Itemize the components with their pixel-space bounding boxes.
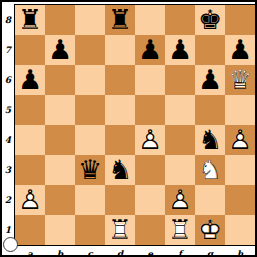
square-g6[interactable]: ♟ [195, 65, 225, 95]
piece-white-king: ♔ [195, 215, 225, 245]
square-c5[interactable] [75, 95, 105, 125]
square-d8[interactable]: ♜ [105, 5, 135, 35]
square-e7[interactable]: ♟ [135, 35, 165, 65]
square-g3[interactable]: ♞♘ [195, 155, 225, 185]
square-h6[interactable]: ♛♕ [225, 65, 255, 95]
piece-white-pawn: ♙ [135, 125, 165, 155]
file-label-f: f [165, 248, 195, 257]
file-label-c: c [75, 248, 105, 257]
square-h7[interactable]: ♟ [225, 35, 255, 65]
square-h4[interactable]: ♟♙ [225, 125, 255, 155]
rank-label-4: 4 [2, 125, 14, 155]
square-f3[interactable] [165, 155, 195, 185]
piece-black-knight: ♞ [105, 155, 135, 185]
piece-black-queen: ♛ [75, 155, 105, 185]
square-e2[interactable] [135, 185, 165, 215]
file-label-e: e [135, 248, 165, 257]
file-label-h: h [225, 248, 255, 257]
square-e8[interactable] [135, 5, 165, 35]
white-to-move-indicator [3, 237, 18, 252]
file-labels: abcdefgh [15, 248, 255, 257]
square-d4[interactable] [105, 125, 135, 155]
square-a7[interactable] [15, 35, 45, 65]
square-e3[interactable] [135, 155, 165, 185]
square-h1[interactable] [225, 215, 255, 245]
square-f2[interactable]: ♟♙ [165, 185, 195, 215]
square-g4[interactable]: ♞ [195, 125, 225, 155]
square-a4[interactable] [15, 125, 45, 155]
file-label-b: b [45, 248, 75, 257]
square-a3[interactable] [15, 155, 45, 185]
piece-white-pawn: ♙ [15, 185, 45, 215]
piece-white-knight: ♘ [195, 155, 225, 185]
rank-label-6: 6 [2, 65, 14, 95]
square-d6[interactable] [105, 65, 135, 95]
square-a1[interactable] [15, 215, 45, 245]
square-d2[interactable] [105, 185, 135, 215]
square-d1[interactable]: ♜♖ [105, 215, 135, 245]
piece-white-pawn: ♙ [225, 125, 255, 155]
piece-black-rook: ♜ [15, 5, 45, 35]
square-c1[interactable] [75, 215, 105, 245]
rank-label-3: 3 [2, 155, 14, 185]
square-g7[interactable] [195, 35, 225, 65]
square-b2[interactable] [45, 185, 75, 215]
rank-labels: 87654321 [2, 5, 14, 245]
square-a8[interactable]: ♜ [15, 5, 45, 35]
square-h2[interactable] [225, 185, 255, 215]
square-f7[interactable]: ♟ [165, 35, 195, 65]
piece-white-queen: ♕ [225, 65, 255, 95]
square-c2[interactable] [75, 185, 105, 215]
square-e5[interactable] [135, 95, 165, 125]
square-c8[interactable] [75, 5, 105, 35]
square-g2[interactable] [195, 185, 225, 215]
square-e1[interactable] [135, 215, 165, 245]
square-a2[interactable]: ♟♙ [15, 185, 45, 215]
piece-white-pawn: ♙ [165, 185, 195, 215]
piece-black-pawn: ♟ [45, 35, 75, 65]
piece-black-pawn: ♟ [195, 65, 225, 95]
square-c3[interactable]: ♛ [75, 155, 105, 185]
square-g1[interactable]: ♚♔ [195, 215, 225, 245]
square-h5[interactable] [225, 95, 255, 125]
square-f4[interactable] [165, 125, 195, 155]
square-f1[interactable]: ♜♖ [165, 215, 195, 245]
piece-black-pawn: ♟ [165, 35, 195, 65]
piece-black-pawn: ♟ [15, 65, 45, 95]
square-f6[interactable] [165, 65, 195, 95]
square-a5[interactable] [15, 95, 45, 125]
square-c4[interactable] [75, 125, 105, 155]
piece-black-pawn: ♟ [225, 35, 255, 65]
piece-black-pawn: ♟ [135, 35, 165, 65]
square-d5[interactable] [105, 95, 135, 125]
square-b7[interactable]: ♟ [45, 35, 75, 65]
square-g5[interactable] [195, 95, 225, 125]
square-c7[interactable] [75, 35, 105, 65]
square-b3[interactable] [45, 155, 75, 185]
chess-board[interactable]: ♜♜♚♟♟♟♟♟♟♛♕♟♙♞♟♙♛♞♞♘♟♙♟♙♜♖♜♖♚♔ [14, 4, 256, 246]
piece-black-knight: ♞ [195, 125, 225, 155]
rank-label-5: 5 [2, 95, 14, 125]
piece-black-king: ♚ [195, 5, 225, 35]
square-a6[interactable]: ♟ [15, 65, 45, 95]
piece-black-rook: ♜ [105, 5, 135, 35]
piece-white-rook: ♖ [165, 215, 195, 245]
square-b6[interactable] [45, 65, 75, 95]
square-h3[interactable] [225, 155, 255, 185]
square-b1[interactable] [45, 215, 75, 245]
square-e4[interactable]: ♟♙ [135, 125, 165, 155]
square-b4[interactable] [45, 125, 75, 155]
rank-label-2: 2 [2, 185, 14, 215]
square-h8[interactable] [225, 5, 255, 35]
square-d7[interactable] [105, 35, 135, 65]
chess-diagram: 87654321 ♜♜♚♟♟♟♟♟♟♛♕♟♙♞♟♙♛♞♞♘♟♙♟♙♜♖♜♖♚♔ … [0, 0, 257, 257]
square-b5[interactable] [45, 95, 75, 125]
square-f8[interactable] [165, 5, 195, 35]
square-b8[interactable] [45, 5, 75, 35]
piece-white-rook: ♖ [105, 215, 135, 245]
file-label-g: g [195, 248, 225, 257]
rank-label-8: 8 [2, 5, 14, 35]
square-g8[interactable]: ♚ [195, 5, 225, 35]
square-f5[interactable] [165, 95, 195, 125]
rank-label-7: 7 [2, 35, 14, 65]
square-e6[interactable] [135, 65, 165, 95]
square-c6[interactable] [75, 65, 105, 95]
file-label-d: d [105, 248, 135, 257]
file-label-a: a [15, 248, 45, 257]
square-d3[interactable]: ♞ [105, 155, 135, 185]
